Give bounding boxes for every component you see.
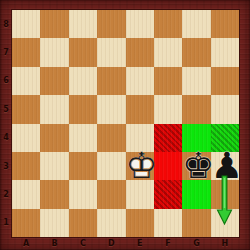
square-e7[interactable] bbox=[126, 38, 154, 66]
square-f5[interactable] bbox=[154, 95, 182, 123]
square-b7[interactable] bbox=[40, 38, 68, 66]
square-g7[interactable] bbox=[182, 38, 210, 66]
square-g5[interactable] bbox=[182, 95, 210, 123]
square-e5[interactable] bbox=[126, 95, 154, 123]
rank-label-6: 6 bbox=[0, 67, 12, 95]
square-c5[interactable] bbox=[69, 95, 97, 123]
square-d3[interactable] bbox=[97, 152, 125, 180]
rank-label-5: 5 bbox=[0, 95, 12, 123]
square-f2[interactable] bbox=[154, 180, 182, 208]
square-g8[interactable] bbox=[182, 10, 210, 38]
square-d1[interactable] bbox=[97, 209, 125, 237]
square-c2[interactable] bbox=[69, 180, 97, 208]
square-e8[interactable] bbox=[126, 10, 154, 38]
square-g4[interactable] bbox=[182, 124, 210, 152]
square-b4[interactable] bbox=[40, 124, 68, 152]
white-king-fill: ♚ bbox=[126, 152, 154, 180]
square-b6[interactable] bbox=[40, 67, 68, 95]
square-d7[interactable] bbox=[97, 38, 125, 66]
square-g6[interactable] bbox=[182, 67, 210, 95]
square-g1[interactable] bbox=[182, 209, 210, 237]
square-a1[interactable] bbox=[12, 209, 40, 237]
square-h8[interactable] bbox=[211, 10, 239, 38]
rank-label-1: 1 bbox=[0, 209, 12, 237]
square-b8[interactable] bbox=[40, 10, 68, 38]
square-f4[interactable] bbox=[154, 124, 182, 152]
square-a5[interactable] bbox=[12, 95, 40, 123]
square-a2[interactable] bbox=[12, 180, 40, 208]
square-g3[interactable]: ♚ bbox=[182, 152, 210, 180]
square-b5[interactable] bbox=[40, 95, 68, 123]
square-f6[interactable] bbox=[154, 67, 182, 95]
file-label-f: F bbox=[154, 237, 182, 250]
rank-label-7: 7 bbox=[0, 38, 12, 66]
rank-label-3: 3 bbox=[0, 152, 12, 180]
square-b3[interactable] bbox=[40, 152, 68, 180]
square-e6[interactable] bbox=[126, 67, 154, 95]
rank-labels: 87654321 bbox=[0, 10, 12, 237]
square-h2[interactable] bbox=[211, 180, 239, 208]
white-king-glyph: ♔ bbox=[126, 152, 154, 180]
square-b2[interactable] bbox=[40, 180, 68, 208]
square-a3[interactable] bbox=[12, 152, 40, 180]
square-f8[interactable] bbox=[154, 10, 182, 38]
square-d6[interactable] bbox=[97, 67, 125, 95]
square-a6[interactable] bbox=[12, 67, 40, 95]
rank-label-4: 4 bbox=[0, 124, 12, 152]
square-a8[interactable] bbox=[12, 10, 40, 38]
square-c4[interactable] bbox=[69, 124, 97, 152]
square-f3[interactable] bbox=[154, 152, 182, 180]
chess-board[interactable]: ♚♔♚♟ bbox=[12, 10, 239, 237]
square-d8[interactable] bbox=[97, 10, 125, 38]
square-c6[interactable] bbox=[69, 67, 97, 95]
square-f7[interactable] bbox=[154, 38, 182, 66]
square-h4[interactable] bbox=[211, 124, 239, 152]
file-label-d: D bbox=[97, 237, 125, 250]
square-e3[interactable]: ♚♔ bbox=[126, 152, 154, 180]
square-h6[interactable] bbox=[211, 67, 239, 95]
rank-label-8: 8 bbox=[0, 10, 12, 38]
file-label-a: A bbox=[12, 237, 40, 250]
file-label-b: B bbox=[40, 237, 68, 250]
white-king[interactable]: ♚♔ bbox=[126, 152, 154, 180]
square-h5[interactable] bbox=[211, 95, 239, 123]
file-labels: ABCDEFGH bbox=[12, 237, 239, 250]
square-a7[interactable] bbox=[12, 38, 40, 66]
square-d5[interactable] bbox=[97, 95, 125, 123]
square-h3[interactable]: ♟ bbox=[211, 152, 239, 180]
black-pawn[interactable]: ♟ bbox=[211, 152, 239, 180]
square-e4[interactable] bbox=[126, 124, 154, 152]
file-label-c: C bbox=[69, 237, 97, 250]
square-e2[interactable] bbox=[126, 180, 154, 208]
square-c7[interactable] bbox=[69, 38, 97, 66]
square-c8[interactable] bbox=[69, 10, 97, 38]
square-h1[interactable] bbox=[211, 209, 239, 237]
square-a4[interactable] bbox=[12, 124, 40, 152]
square-b1[interactable] bbox=[40, 209, 68, 237]
square-d4[interactable] bbox=[97, 124, 125, 152]
square-d2[interactable] bbox=[97, 180, 125, 208]
square-h7[interactable] bbox=[211, 38, 239, 66]
black-pawn-glyph: ♟ bbox=[211, 152, 239, 180]
square-e1[interactable] bbox=[126, 209, 154, 237]
square-c1[interactable] bbox=[69, 209, 97, 237]
black-king-glyph: ♚ bbox=[182, 152, 210, 180]
file-label-g: G bbox=[182, 237, 210, 250]
square-f1[interactable] bbox=[154, 209, 182, 237]
rank-label-2: 2 bbox=[0, 180, 12, 208]
square-g2[interactable] bbox=[182, 180, 210, 208]
square-c3[interactable] bbox=[69, 152, 97, 180]
file-label-e: E bbox=[126, 237, 154, 250]
chess-board-frame: 87654321 ABCDEFGH ♚♔♚♟ bbox=[0, 0, 250, 250]
file-label-h: H bbox=[211, 237, 239, 250]
black-king[interactable]: ♚ bbox=[182, 152, 210, 180]
